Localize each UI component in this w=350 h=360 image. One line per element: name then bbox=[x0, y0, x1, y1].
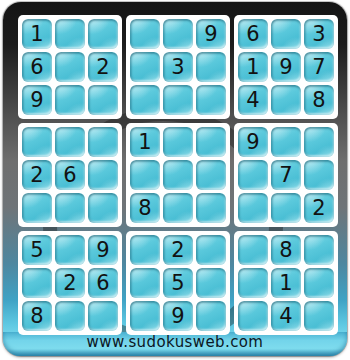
cell-r8c2: 2 bbox=[55, 268, 85, 298]
cell-r2c6[interactable] bbox=[196, 52, 226, 82]
cell-r8c3: 6 bbox=[88, 268, 118, 298]
cell-r2c7: 1 bbox=[238, 52, 268, 82]
cell-r9c7[interactable] bbox=[238, 301, 268, 331]
cell-r7c6[interactable] bbox=[196, 235, 226, 265]
cell-r4c5[interactable] bbox=[163, 127, 193, 157]
cell-r1c6: 9 bbox=[196, 19, 226, 49]
cell-r5c5[interactable] bbox=[163, 160, 193, 190]
cell-r8c5: 5 bbox=[163, 268, 193, 298]
cell-r4c2[interactable] bbox=[55, 127, 85, 157]
cell-r9c2[interactable] bbox=[55, 301, 85, 331]
cell-r4c9[interactable] bbox=[304, 127, 334, 157]
cell-r2c3: 2 bbox=[88, 52, 118, 82]
cell-r3c4[interactable] bbox=[130, 85, 160, 115]
cell-r5c4[interactable] bbox=[130, 160, 160, 190]
cell-r3c7: 4 bbox=[238, 85, 268, 115]
cell-r3c3[interactable] bbox=[88, 85, 118, 115]
cell-r6c9: 2 bbox=[304, 193, 334, 223]
cell-r8c1[interactable] bbox=[22, 268, 52, 298]
cell-r1c1: 1 bbox=[22, 19, 52, 49]
cell-r9c1: 8 bbox=[22, 301, 52, 331]
cell-r6c3[interactable] bbox=[88, 193, 118, 223]
block-1: 1629 bbox=[18, 15, 122, 119]
block-8: 259 bbox=[126, 231, 230, 335]
cell-r9c5: 9 bbox=[163, 301, 193, 331]
block-6: 972 bbox=[234, 123, 338, 227]
cell-r9c6[interactable] bbox=[196, 301, 226, 331]
cell-r6c6[interactable] bbox=[196, 193, 226, 223]
cell-r6c2[interactable] bbox=[55, 193, 85, 223]
cell-r3c8[interactable] bbox=[271, 85, 301, 115]
block-9: 814 bbox=[234, 231, 338, 335]
cell-r3c6[interactable] bbox=[196, 85, 226, 115]
cell-r1c7: 6 bbox=[238, 19, 268, 49]
cell-r4c1[interactable] bbox=[22, 127, 52, 157]
cell-r4c4: 1 bbox=[130, 127, 160, 157]
cell-r4c6[interactable] bbox=[196, 127, 226, 157]
cell-r5c1: 2 bbox=[22, 160, 52, 190]
cell-r5c6[interactable] bbox=[196, 160, 226, 190]
cell-r6c7[interactable] bbox=[238, 193, 268, 223]
cell-r6c1[interactable] bbox=[22, 193, 52, 223]
cell-r4c7: 9 bbox=[238, 127, 268, 157]
cell-r4c8[interactable] bbox=[271, 127, 301, 157]
cell-r7c4[interactable] bbox=[130, 235, 160, 265]
cell-r1c5[interactable] bbox=[163, 19, 193, 49]
cell-r1c4[interactable] bbox=[130, 19, 160, 49]
block-7: 59268 bbox=[18, 231, 122, 335]
block-3: 6319748 bbox=[234, 15, 338, 119]
cell-r3c1: 9 bbox=[22, 85, 52, 115]
cell-r4c3[interactable] bbox=[88, 127, 118, 157]
cell-r7c7[interactable] bbox=[238, 235, 268, 265]
cell-r7c9[interactable] bbox=[304, 235, 334, 265]
block-5: 18 bbox=[126, 123, 230, 227]
cell-r3c5[interactable] bbox=[163, 85, 193, 115]
cell-r3c9: 8 bbox=[304, 85, 334, 115]
block-4: 26 bbox=[18, 123, 122, 227]
cell-r2c8: 9 bbox=[271, 52, 301, 82]
cell-r5c9[interactable] bbox=[304, 160, 334, 190]
cell-r9c3[interactable] bbox=[88, 301, 118, 331]
cell-r8c8: 1 bbox=[271, 268, 301, 298]
cell-r6c4: 8 bbox=[130, 193, 160, 223]
cell-r1c9: 3 bbox=[304, 19, 334, 49]
cell-r8c9[interactable] bbox=[304, 268, 334, 298]
cell-r1c8[interactable] bbox=[271, 19, 301, 49]
cell-r7c1: 5 bbox=[22, 235, 52, 265]
cell-r7c2[interactable] bbox=[55, 235, 85, 265]
site-link[interactable]: www.sudokusweb.com bbox=[3, 333, 347, 351]
cell-r9c4[interactable] bbox=[130, 301, 160, 331]
cell-r9c8: 4 bbox=[271, 301, 301, 331]
cell-r2c5: 3 bbox=[163, 52, 193, 82]
cell-r2c9: 7 bbox=[304, 52, 334, 82]
board-frame: 1629936319748261897259268259814 www.sudo… bbox=[3, 2, 347, 356]
cell-r5c7[interactable] bbox=[238, 160, 268, 190]
cell-r6c8[interactable] bbox=[271, 193, 301, 223]
cell-r3c2[interactable] bbox=[55, 85, 85, 115]
cell-r2c2[interactable] bbox=[55, 52, 85, 82]
cell-r5c8: 7 bbox=[271, 160, 301, 190]
cell-r2c4[interactable] bbox=[130, 52, 160, 82]
cell-r6c5[interactable] bbox=[163, 193, 193, 223]
cell-r1c2[interactable] bbox=[55, 19, 85, 49]
cell-r8c4[interactable] bbox=[130, 268, 160, 298]
cell-r5c2: 6 bbox=[55, 160, 85, 190]
cell-r2c1: 6 bbox=[22, 52, 52, 82]
cell-r1c3[interactable] bbox=[88, 19, 118, 49]
cell-r7c3: 9 bbox=[88, 235, 118, 265]
cell-r7c5: 2 bbox=[163, 235, 193, 265]
cell-r5c3[interactable] bbox=[88, 160, 118, 190]
block-2: 93 bbox=[126, 15, 230, 119]
cell-r8c6[interactable] bbox=[196, 268, 226, 298]
cell-r8c7[interactable] bbox=[238, 268, 268, 298]
cell-r7c8: 8 bbox=[271, 235, 301, 265]
cell-r9c9[interactable] bbox=[304, 301, 334, 331]
sudoku-board: 1629936319748261897259268259814 bbox=[18, 15, 338, 335]
